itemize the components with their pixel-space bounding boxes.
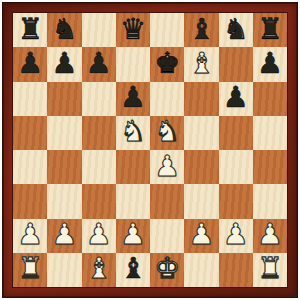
square-e3[interactable] (150, 184, 184, 218)
white-knight-e5[interactable]: ♞ (154, 117, 180, 146)
square-d4[interactable] (116, 150, 150, 184)
chess-board[interactable]: ♜♞♛♝♞♜♟♟♟♚♝♟♟♟♞♞♟♟♟♟♟♟♟♟♜♝♝♚♜ (13, 13, 287, 287)
square-e7[interactable]: ♚ (150, 47, 184, 81)
square-d5[interactable]: ♞ (116, 116, 150, 150)
square-e1[interactable]: ♚ (150, 253, 184, 287)
white-pawn-g2[interactable]: ♟ (223, 220, 249, 249)
square-b7[interactable]: ♟ (47, 47, 81, 81)
black-king-e7[interactable]: ♚ (154, 49, 180, 78)
square-b6[interactable] (47, 82, 81, 116)
black-pawn-c7[interactable]: ♟ (86, 49, 112, 78)
square-c1[interactable]: ♝ (82, 253, 116, 287)
black-knight-g8[interactable]: ♞ (223, 15, 249, 44)
square-c2[interactable]: ♟ (82, 219, 116, 253)
square-g4[interactable] (219, 150, 253, 184)
square-c4[interactable] (82, 150, 116, 184)
white-king-e1[interactable]: ♚ (154, 254, 180, 283)
square-c7[interactable]: ♟ (82, 47, 116, 81)
square-g5[interactable] (219, 116, 253, 150)
square-h7[interactable]: ♟ (253, 47, 287, 81)
black-rook-a8[interactable]: ♜ (17, 15, 43, 44)
square-d6[interactable]: ♟ (116, 82, 150, 116)
square-h5[interactable] (253, 116, 287, 150)
square-a1[interactable]: ♜ (13, 253, 47, 287)
white-bishop-c1[interactable]: ♝ (86, 254, 112, 283)
square-d1[interactable]: ♝ (116, 253, 150, 287)
white-bishop-f7[interactable]: ♝ (188, 49, 214, 78)
square-d2[interactable]: ♟ (116, 219, 150, 253)
white-rook-h1[interactable]: ♜ (257, 254, 283, 283)
square-e5[interactable]: ♞ (150, 116, 184, 150)
white-pawn-e4[interactable]: ♟ (154, 152, 180, 181)
black-pawn-d6[interactable]: ♟ (120, 83, 146, 112)
black-pawn-a7[interactable]: ♟ (17, 49, 43, 78)
white-pawn-h2[interactable]: ♟ (257, 220, 283, 249)
white-pawn-d2[interactable]: ♟ (120, 220, 146, 249)
square-b1[interactable] (47, 253, 81, 287)
square-f7[interactable]: ♝ (184, 47, 218, 81)
square-f5[interactable] (184, 116, 218, 150)
square-b4[interactable] (47, 150, 81, 184)
square-a4[interactable] (13, 150, 47, 184)
square-f3[interactable] (184, 184, 218, 218)
square-b2[interactable]: ♟ (47, 219, 81, 253)
square-g6[interactable]: ♟ (219, 82, 253, 116)
square-f8[interactable]: ♝ (184, 13, 218, 47)
square-c8[interactable] (82, 13, 116, 47)
square-h4[interactable] (253, 150, 287, 184)
white-rook-a1[interactable]: ♜ (17, 254, 43, 283)
square-a7[interactable]: ♟ (13, 47, 47, 81)
square-e8[interactable] (150, 13, 184, 47)
square-g7[interactable] (219, 47, 253, 81)
square-b3[interactable] (47, 184, 81, 218)
square-a3[interactable] (13, 184, 47, 218)
square-d3[interactable] (116, 184, 150, 218)
square-a5[interactable] (13, 116, 47, 150)
square-c6[interactable] (82, 82, 116, 116)
square-b8[interactable]: ♞ (47, 13, 81, 47)
black-pawn-h7[interactable]: ♟ (257, 49, 283, 78)
square-h8[interactable]: ♜ (253, 13, 287, 47)
square-g8[interactable]: ♞ (219, 13, 253, 47)
square-e6[interactable] (150, 82, 184, 116)
white-pawn-c2[interactable]: ♟ (86, 220, 112, 249)
square-f1[interactable] (184, 253, 218, 287)
white-pawn-b2[interactable]: ♟ (51, 220, 77, 249)
white-pawn-f2[interactable]: ♟ (188, 220, 214, 249)
square-d8[interactable]: ♛ (116, 13, 150, 47)
square-h6[interactable] (253, 82, 287, 116)
square-b5[interactable] (47, 116, 81, 150)
black-bishop-f8[interactable]: ♝ (188, 15, 214, 44)
square-g3[interactable] (219, 184, 253, 218)
black-pawn-g6[interactable]: ♟ (223, 83, 249, 112)
square-a8[interactable]: ♜ (13, 13, 47, 47)
chess-app: ♜♞♛♝♞♜♟♟♟♚♝♟♟♟♞♞♟♟♟♟♟♟♟♟♜♝♝♚♜ (0, 0, 300, 300)
square-f6[interactable] (184, 82, 218, 116)
square-c3[interactable] (82, 184, 116, 218)
square-g1[interactable] (219, 253, 253, 287)
square-e2[interactable] (150, 219, 184, 253)
square-e4[interactable]: ♟ (150, 150, 184, 184)
square-a2[interactable]: ♟ (13, 219, 47, 253)
square-c5[interactable] (82, 116, 116, 150)
black-rook-h8[interactable]: ♜ (257, 15, 283, 44)
square-h3[interactable] (253, 184, 287, 218)
square-h2[interactable]: ♟ (253, 219, 287, 253)
black-pawn-b7[interactable]: ♟ (51, 49, 77, 78)
black-queen-d8[interactable]: ♛ (120, 15, 146, 44)
square-g2[interactable]: ♟ (219, 219, 253, 253)
square-f4[interactable] (184, 150, 218, 184)
square-f2[interactable]: ♟ (184, 219, 218, 253)
white-pawn-a2[interactable]: ♟ (17, 220, 43, 249)
square-a6[interactable] (13, 82, 47, 116)
square-d7[interactable] (116, 47, 150, 81)
square-h1[interactable]: ♜ (253, 253, 287, 287)
white-knight-d5[interactable]: ♞ (120, 117, 146, 146)
black-knight-b8[interactable]: ♞ (51, 15, 77, 44)
black-bishop-d1[interactable]: ♝ (120, 254, 146, 283)
